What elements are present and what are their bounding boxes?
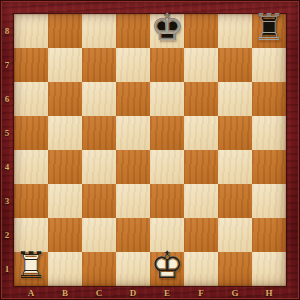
- white-king-e1[interactable]: ♚♔: [150, 252, 184, 286]
- file-label-a: A: [14, 286, 48, 300]
- square-b7[interactable]: [48, 48, 82, 82]
- square-e4[interactable]: [150, 150, 184, 184]
- square-e1[interactable]: ♚♔: [150, 252, 184, 286]
- rank-label-1: 1: [0, 252, 14, 286]
- square-f7[interactable]: [184, 48, 218, 82]
- white-king-outline-glyph: ♔: [150, 249, 184, 283]
- square-b1[interactable]: [48, 252, 82, 286]
- square-b3[interactable]: [48, 184, 82, 218]
- square-c8[interactable]: [82, 14, 116, 48]
- rank-label-8: 8: [0, 14, 14, 48]
- file-label-g: G: [218, 286, 252, 300]
- square-h7[interactable]: [252, 48, 286, 82]
- square-h6[interactable]: [252, 82, 286, 116]
- black-rook-h8[interactable]: ♜♖: [252, 14, 286, 48]
- rank-label-4: 4: [0, 150, 14, 184]
- rank-label-6: 6: [0, 82, 14, 116]
- square-c1[interactable]: [82, 252, 116, 286]
- white-rook-outline-glyph: ♖: [14, 249, 48, 283]
- square-a7[interactable]: [14, 48, 48, 82]
- square-c5[interactable]: [82, 116, 116, 150]
- rank-label-3: 3: [0, 184, 14, 218]
- square-b8[interactable]: [48, 14, 82, 48]
- square-d4[interactable]: [116, 150, 150, 184]
- square-a3[interactable]: [14, 184, 48, 218]
- black-king-e8[interactable]: ♚♔: [150, 14, 184, 48]
- square-d2[interactable]: [116, 218, 150, 252]
- chess-board: ♚♔♜♖♜♖♚♔: [14, 14, 286, 286]
- square-a5[interactable]: [14, 116, 48, 150]
- square-f1[interactable]: [184, 252, 218, 286]
- square-d8[interactable]: [116, 14, 150, 48]
- file-label-e: E: [150, 286, 184, 300]
- square-g8[interactable]: [218, 14, 252, 48]
- square-b5[interactable]: [48, 116, 82, 150]
- rank-label-5: 5: [0, 116, 14, 150]
- white-rook-a1[interactable]: ♜♖: [14, 252, 48, 286]
- square-g1[interactable]: [218, 252, 252, 286]
- rank-label-7: 7: [0, 48, 14, 82]
- square-e5[interactable]: [150, 116, 184, 150]
- square-g2[interactable]: [218, 218, 252, 252]
- rank-label-2: 2: [0, 218, 14, 252]
- square-g6[interactable]: [218, 82, 252, 116]
- square-c2[interactable]: [82, 218, 116, 252]
- chess-board-frame: ♚♔♜♖♜♖♚♔ 87654321ABCDEFGH: [0, 0, 300, 300]
- square-d1[interactable]: [116, 252, 150, 286]
- square-e6[interactable]: [150, 82, 184, 116]
- square-d3[interactable]: [116, 184, 150, 218]
- black-rook-outline-glyph: ♖: [252, 11, 286, 45]
- square-h8[interactable]: ♜♖: [252, 14, 286, 48]
- square-c4[interactable]: [82, 150, 116, 184]
- square-h2[interactable]: [252, 218, 286, 252]
- square-e3[interactable]: [150, 184, 184, 218]
- square-f3[interactable]: [184, 184, 218, 218]
- square-d7[interactable]: [116, 48, 150, 82]
- square-b2[interactable]: [48, 218, 82, 252]
- square-g7[interactable]: [218, 48, 252, 82]
- square-d5[interactable]: [116, 116, 150, 150]
- file-label-c: C: [82, 286, 116, 300]
- file-label-d: D: [116, 286, 150, 300]
- square-b6[interactable]: [48, 82, 82, 116]
- square-a4[interactable]: [14, 150, 48, 184]
- square-g5[interactable]: [218, 116, 252, 150]
- square-b4[interactable]: [48, 150, 82, 184]
- file-label-b: B: [48, 286, 82, 300]
- square-g3[interactable]: [218, 184, 252, 218]
- square-c7[interactable]: [82, 48, 116, 82]
- square-f5[interactable]: [184, 116, 218, 150]
- square-a6[interactable]: [14, 82, 48, 116]
- square-c6[interactable]: [82, 82, 116, 116]
- square-a8[interactable]: [14, 14, 48, 48]
- square-c3[interactable]: [82, 184, 116, 218]
- square-h3[interactable]: [252, 184, 286, 218]
- square-h1[interactable]: [252, 252, 286, 286]
- file-label-h: H: [252, 286, 286, 300]
- file-label-f: F: [184, 286, 218, 300]
- square-e7[interactable]: [150, 48, 184, 82]
- square-f6[interactable]: [184, 82, 218, 116]
- square-e8[interactable]: ♚♔: [150, 14, 184, 48]
- square-h5[interactable]: [252, 116, 286, 150]
- square-f2[interactable]: [184, 218, 218, 252]
- square-f4[interactable]: [184, 150, 218, 184]
- square-d6[interactable]: [116, 82, 150, 116]
- square-f8[interactable]: [184, 14, 218, 48]
- square-a1[interactable]: ♜♖: [14, 252, 48, 286]
- square-h4[interactable]: [252, 150, 286, 184]
- black-king-outline-glyph: ♔: [150, 11, 184, 45]
- square-g4[interactable]: [218, 150, 252, 184]
